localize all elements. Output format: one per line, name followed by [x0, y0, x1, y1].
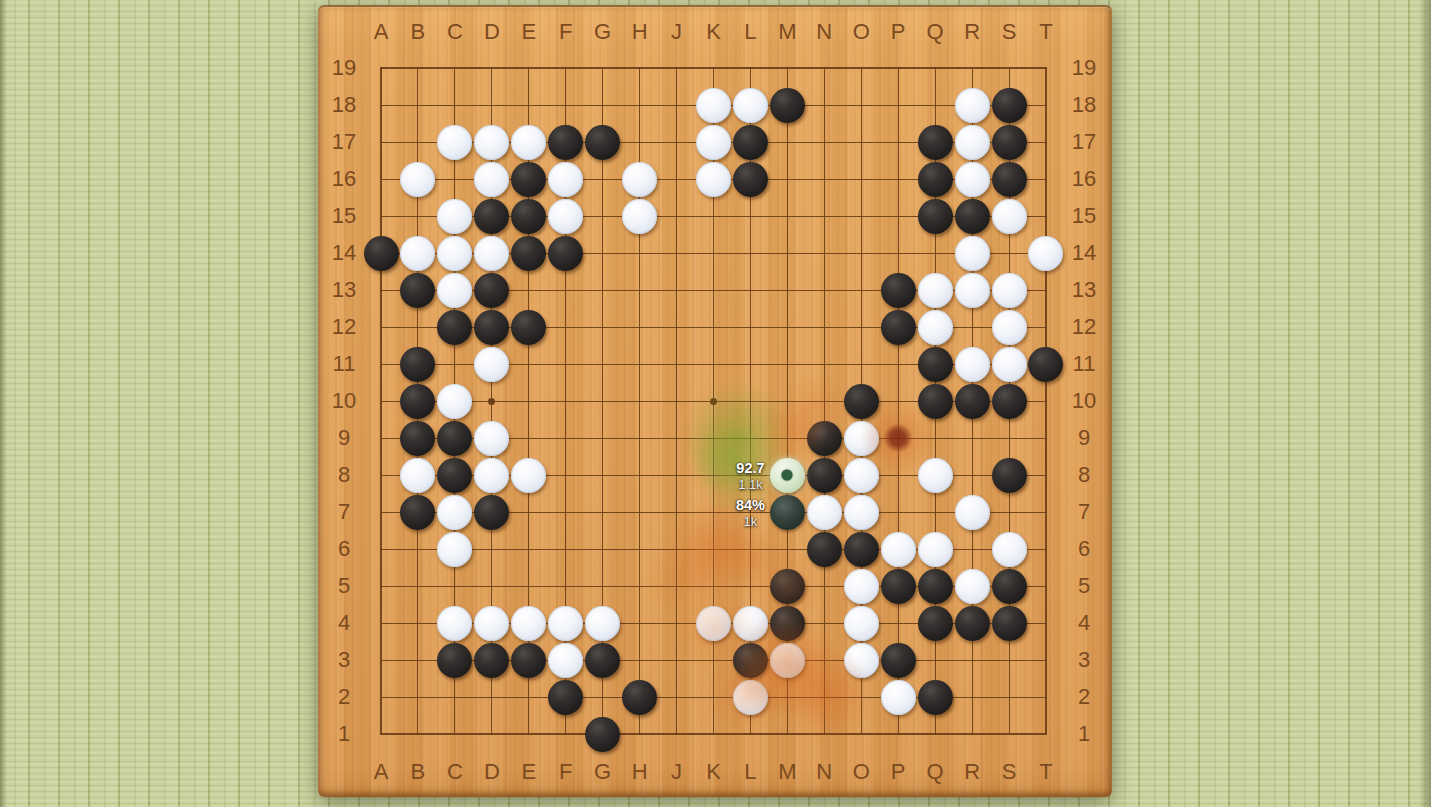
go-board[interactable]: AABBCCDDEEFFGGHHJJKKLLMMNNOOPPQQRRSSTT19…: [318, 5, 1112, 797]
tatami-background: AABBCCDDEEFFGGHHJJKKLLMMNNOOPPQQRRSSTT19…: [0, 0, 1431, 807]
candidate-move-label: 84%1k: [736, 498, 765, 529]
best-move-suggestion[interactable]: [770, 458, 805, 493]
candidate-visits-text: 1k: [736, 513, 765, 529]
ai-annotation-layer: 92.71.1k84%1k: [318, 5, 1112, 797]
candidate-score-text: 84%: [736, 498, 765, 514]
red-dot-marker: [881, 421, 915, 455]
best-move-dot: [782, 470, 793, 481]
candidate-score-text: 92.7: [736, 461, 764, 477]
candidate-visits-text: 1.1k: [736, 476, 764, 492]
candidate-move-suggestion[interactable]: [770, 495, 805, 530]
candidate-move-label: 92.71.1k: [736, 461, 764, 492]
